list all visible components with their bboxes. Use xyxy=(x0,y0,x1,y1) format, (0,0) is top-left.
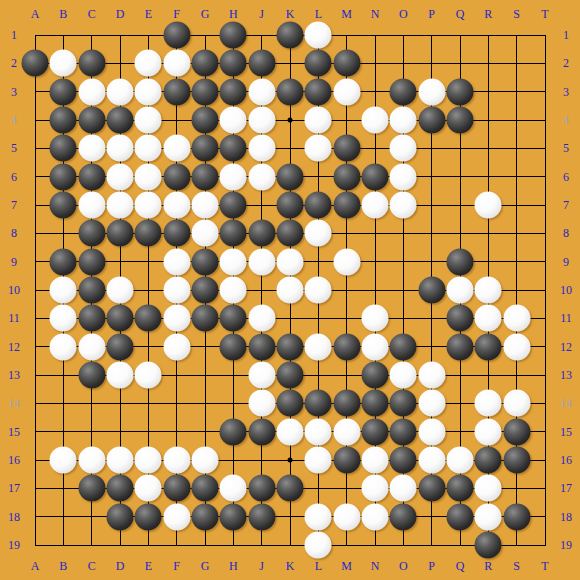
coord-label-col: H xyxy=(229,560,238,572)
coord-label-row: 15 xyxy=(560,426,572,438)
black-stone xyxy=(418,107,445,134)
coord-label-row: 6 xyxy=(563,171,569,183)
coord-label-col: C xyxy=(88,560,96,572)
white-stone xyxy=(192,220,219,247)
black-stone xyxy=(220,50,247,77)
coord-label-col: H xyxy=(229,8,238,20)
white-stone xyxy=(390,192,417,219)
white-stone xyxy=(135,475,162,502)
black-stone xyxy=(277,390,304,417)
black-stone xyxy=(277,22,304,49)
white-stone xyxy=(305,220,332,247)
black-stone xyxy=(390,390,417,417)
black-stone xyxy=(163,475,190,502)
go-board[interactable]: AABBCCDDEEFFGGHHJJKKLLMMNNOOPPQQRRSSTT11… xyxy=(0,0,580,580)
coord-label-col: R xyxy=(484,8,492,20)
black-stone xyxy=(305,390,332,417)
white-stone xyxy=(362,475,389,502)
white-stone xyxy=(418,418,445,445)
black-stone xyxy=(78,362,105,389)
coord-label-col: L xyxy=(315,560,322,572)
coord-label-col: M xyxy=(341,8,352,20)
white-stone xyxy=(163,333,190,360)
black-stone xyxy=(192,305,219,332)
black-stone xyxy=(418,475,445,502)
coord-label-col: N xyxy=(371,8,380,20)
white-stone xyxy=(418,362,445,389)
black-stone xyxy=(305,78,332,105)
black-stone xyxy=(220,78,247,105)
black-stone xyxy=(305,192,332,219)
white-stone xyxy=(78,192,105,219)
coord-label-col: D xyxy=(116,8,125,20)
black-stone xyxy=(107,475,134,502)
coord-label-col: B xyxy=(59,8,67,20)
black-stone xyxy=(220,135,247,162)
white-stone xyxy=(390,163,417,190)
black-stone xyxy=(362,362,389,389)
white-stone xyxy=(50,447,77,474)
white-stone xyxy=(390,362,417,389)
black-stone xyxy=(277,163,304,190)
white-stone xyxy=(418,390,445,417)
black-stone xyxy=(447,248,474,275)
white-stone xyxy=(50,277,77,304)
coord-label-row: 14 xyxy=(8,397,20,409)
black-stone xyxy=(362,390,389,417)
coord-label-col: T xyxy=(541,8,548,20)
black-stone xyxy=(135,503,162,530)
black-stone xyxy=(277,362,304,389)
white-stone xyxy=(248,107,275,134)
coord-label-col: E xyxy=(145,560,152,572)
coord-label-row: 10 xyxy=(8,284,20,296)
black-stone xyxy=(78,248,105,275)
coord-label-row: 11 xyxy=(8,312,20,324)
black-stone xyxy=(50,163,77,190)
black-stone xyxy=(50,78,77,105)
black-stone xyxy=(333,50,360,77)
white-stone xyxy=(163,503,190,530)
white-stone xyxy=(503,390,530,417)
coord-label-row: 12 xyxy=(8,341,20,353)
coord-label-col: P xyxy=(428,560,435,572)
white-stone xyxy=(305,22,332,49)
white-stone xyxy=(305,107,332,134)
white-stone xyxy=(135,192,162,219)
coord-label-col: G xyxy=(201,8,210,20)
black-stone xyxy=(447,107,474,134)
black-stone xyxy=(277,333,304,360)
black-stone xyxy=(390,447,417,474)
white-stone xyxy=(362,107,389,134)
white-stone xyxy=(135,50,162,77)
white-stone xyxy=(362,305,389,332)
white-stone xyxy=(333,418,360,445)
white-stone xyxy=(390,107,417,134)
white-stone xyxy=(135,107,162,134)
coord-label-row: 18 xyxy=(8,511,20,523)
white-stone xyxy=(447,277,474,304)
black-stone xyxy=(390,418,417,445)
white-stone xyxy=(135,78,162,105)
white-stone xyxy=(277,248,304,275)
coord-label-col: G xyxy=(201,560,210,572)
white-stone xyxy=(475,418,502,445)
black-stone xyxy=(107,305,134,332)
grid-line-vertical xyxy=(545,35,546,546)
black-stone xyxy=(390,503,417,530)
coord-label-col: J xyxy=(259,8,264,20)
coord-label-col: B xyxy=(59,560,67,572)
black-stone xyxy=(107,333,134,360)
black-stone xyxy=(447,333,474,360)
black-stone xyxy=(390,333,417,360)
white-stone xyxy=(475,192,502,219)
black-stone xyxy=(305,50,332,77)
white-stone xyxy=(305,333,332,360)
coord-label-col: E xyxy=(145,8,152,20)
black-stone xyxy=(503,503,530,530)
star-point xyxy=(288,118,293,123)
black-stone xyxy=(333,163,360,190)
black-stone xyxy=(163,220,190,247)
coord-label-col: K xyxy=(286,8,295,20)
white-stone xyxy=(163,135,190,162)
black-stone xyxy=(220,305,247,332)
black-stone xyxy=(135,305,162,332)
white-stone xyxy=(107,277,134,304)
black-stone xyxy=(220,220,247,247)
white-stone xyxy=(475,390,502,417)
white-stone xyxy=(362,447,389,474)
black-stone xyxy=(50,248,77,275)
coord-label-col: R xyxy=(484,560,492,572)
coord-label-row: 19 xyxy=(560,539,572,551)
white-stone xyxy=(50,305,77,332)
white-stone xyxy=(192,447,219,474)
star-point xyxy=(288,458,293,463)
coord-label-row: 8 xyxy=(11,227,17,239)
white-stone xyxy=(163,447,190,474)
coord-label-col: A xyxy=(31,560,40,572)
black-stone xyxy=(192,107,219,134)
coord-label-col: Q xyxy=(456,560,465,572)
grid-line-horizontal xyxy=(35,545,546,546)
black-stone xyxy=(475,447,502,474)
black-stone xyxy=(248,503,275,530)
coord-label-row: 9 xyxy=(11,256,17,268)
coord-label-col: C xyxy=(88,8,96,20)
coord-label-row: 5 xyxy=(563,142,569,154)
white-stone xyxy=(248,362,275,389)
white-stone xyxy=(107,78,134,105)
coord-label-col: F xyxy=(173,8,180,20)
black-stone xyxy=(50,135,77,162)
black-stone xyxy=(248,418,275,445)
coord-label-row: 8 xyxy=(563,227,569,239)
black-stone xyxy=(192,135,219,162)
white-stone xyxy=(163,50,190,77)
black-stone xyxy=(135,220,162,247)
white-stone xyxy=(135,163,162,190)
white-stone xyxy=(220,475,247,502)
black-stone xyxy=(220,333,247,360)
coord-label-row: 10 xyxy=(560,284,572,296)
black-stone xyxy=(475,532,502,559)
go-game-screen: AABBCCDDEEFFGGHHJJKKLLMMNNOOPPQQRRSSTT11… xyxy=(0,0,580,580)
black-stone xyxy=(78,305,105,332)
white-stone xyxy=(107,135,134,162)
black-stone xyxy=(78,107,105,134)
white-stone xyxy=(248,163,275,190)
white-stone xyxy=(163,277,190,304)
white-stone xyxy=(107,362,134,389)
black-stone xyxy=(163,78,190,105)
white-stone xyxy=(78,333,105,360)
white-stone xyxy=(135,135,162,162)
coord-label-col: O xyxy=(399,560,408,572)
black-stone xyxy=(192,78,219,105)
white-stone xyxy=(107,192,134,219)
coord-label-col: S xyxy=(513,8,520,20)
coord-label-row: 11 xyxy=(560,312,572,324)
black-stone xyxy=(192,248,219,275)
white-stone xyxy=(362,333,389,360)
coord-label-row: 1 xyxy=(11,29,17,41)
white-stone xyxy=(78,78,105,105)
coord-label-row: 18 xyxy=(560,511,572,523)
white-stone xyxy=(50,333,77,360)
white-stone xyxy=(390,135,417,162)
coord-label-row: 5 xyxy=(11,142,17,154)
black-stone xyxy=(503,447,530,474)
white-stone xyxy=(248,135,275,162)
white-stone xyxy=(475,503,502,530)
black-stone xyxy=(220,22,247,49)
coord-label-row: 16 xyxy=(8,454,20,466)
coord-label-row: 14 xyxy=(560,397,572,409)
coord-label-row: 19 xyxy=(8,539,20,551)
black-stone xyxy=(447,78,474,105)
coord-label-row: 17 xyxy=(560,482,572,494)
white-stone xyxy=(305,503,332,530)
black-stone xyxy=(333,333,360,360)
coord-label-row: 13 xyxy=(560,369,572,381)
coord-label-row: 7 xyxy=(563,199,569,211)
black-stone xyxy=(50,192,77,219)
black-stone xyxy=(107,220,134,247)
black-stone xyxy=(277,78,304,105)
black-stone xyxy=(277,475,304,502)
black-stone xyxy=(192,50,219,77)
white-stone xyxy=(277,277,304,304)
white-stone xyxy=(163,305,190,332)
white-stone xyxy=(475,475,502,502)
coord-label-col: J xyxy=(259,560,264,572)
black-stone xyxy=(248,333,275,360)
black-stone xyxy=(192,475,219,502)
coord-label-col: M xyxy=(341,560,352,572)
coord-label-row: 3 xyxy=(11,86,17,98)
coord-label-col: T xyxy=(541,560,548,572)
coord-label-col: A xyxy=(31,8,40,20)
white-stone xyxy=(362,503,389,530)
white-stone xyxy=(362,192,389,219)
white-stone xyxy=(50,50,77,77)
white-stone xyxy=(305,277,332,304)
white-stone xyxy=(333,248,360,275)
white-stone xyxy=(390,475,417,502)
coord-label-row: 12 xyxy=(560,341,572,353)
coord-label-row: 4 xyxy=(11,114,17,126)
white-stone xyxy=(305,135,332,162)
white-stone xyxy=(475,305,502,332)
white-stone xyxy=(135,362,162,389)
white-stone xyxy=(333,78,360,105)
coord-label-row: 7 xyxy=(11,199,17,211)
white-stone xyxy=(248,78,275,105)
white-stone xyxy=(78,447,105,474)
white-stone xyxy=(220,107,247,134)
black-stone xyxy=(277,192,304,219)
white-stone xyxy=(192,192,219,219)
black-stone xyxy=(447,305,474,332)
black-stone xyxy=(78,277,105,304)
black-stone xyxy=(475,333,502,360)
white-stone xyxy=(220,248,247,275)
black-stone xyxy=(447,475,474,502)
white-stone xyxy=(305,532,332,559)
black-stone xyxy=(50,107,77,134)
black-stone xyxy=(277,220,304,247)
black-stone xyxy=(333,135,360,162)
white-stone xyxy=(418,78,445,105)
coord-label-row: 1 xyxy=(563,29,569,41)
white-stone xyxy=(305,447,332,474)
black-stone xyxy=(333,390,360,417)
black-stone xyxy=(362,418,389,445)
white-stone xyxy=(248,248,275,275)
black-stone xyxy=(192,163,219,190)
black-stone xyxy=(78,475,105,502)
black-stone xyxy=(220,503,247,530)
coord-label-row: 16 xyxy=(560,454,572,466)
black-stone xyxy=(362,163,389,190)
black-stone xyxy=(447,503,474,530)
coord-label-col: L xyxy=(315,8,322,20)
white-stone xyxy=(248,305,275,332)
black-stone xyxy=(163,163,190,190)
white-stone xyxy=(333,503,360,530)
coord-label-col: K xyxy=(286,560,295,572)
white-stone xyxy=(418,447,445,474)
black-stone xyxy=(503,418,530,445)
white-stone xyxy=(220,163,247,190)
white-stone xyxy=(447,447,474,474)
coord-label-row: 15 xyxy=(8,426,20,438)
coord-label-col: Q xyxy=(456,8,465,20)
black-stone xyxy=(248,220,275,247)
black-stone xyxy=(248,475,275,502)
white-stone xyxy=(107,163,134,190)
coord-label-row: 2 xyxy=(11,57,17,69)
white-stone xyxy=(277,418,304,445)
black-stone xyxy=(192,277,219,304)
black-stone xyxy=(220,192,247,219)
coord-label-col: N xyxy=(371,560,380,572)
black-stone xyxy=(78,50,105,77)
black-stone xyxy=(390,78,417,105)
white-stone xyxy=(163,248,190,275)
black-stone xyxy=(333,447,360,474)
black-stone xyxy=(78,163,105,190)
coord-label-col: D xyxy=(116,560,125,572)
coord-label-row: 4 xyxy=(563,114,569,126)
coord-label-row: 6 xyxy=(11,171,17,183)
white-stone xyxy=(305,418,332,445)
coord-label-row: 2 xyxy=(563,57,569,69)
black-stone xyxy=(163,22,190,49)
black-stone xyxy=(22,50,49,77)
white-stone xyxy=(135,447,162,474)
coord-label-col: S xyxy=(513,560,520,572)
coord-label-row: 9 xyxy=(563,256,569,268)
white-stone xyxy=(503,305,530,332)
coord-label-col: O xyxy=(399,8,408,20)
black-stone xyxy=(78,220,105,247)
white-stone xyxy=(78,135,105,162)
white-stone xyxy=(248,390,275,417)
coord-label-row: 17 xyxy=(8,482,20,494)
white-stone xyxy=(220,277,247,304)
black-stone xyxy=(107,503,134,530)
black-stone xyxy=(220,418,247,445)
white-stone xyxy=(163,192,190,219)
coord-label-row: 3 xyxy=(563,86,569,98)
white-stone xyxy=(107,447,134,474)
black-stone xyxy=(248,50,275,77)
black-stone xyxy=(192,503,219,530)
coord-label-row: 13 xyxy=(8,369,20,381)
black-stone xyxy=(418,277,445,304)
white-stone xyxy=(503,333,530,360)
white-stone xyxy=(475,277,502,304)
black-stone xyxy=(333,192,360,219)
coord-label-col: P xyxy=(428,8,435,20)
black-stone xyxy=(107,107,134,134)
coord-label-col: F xyxy=(173,560,180,572)
